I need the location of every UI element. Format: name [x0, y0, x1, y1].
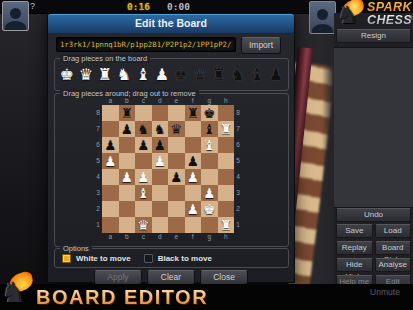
square-h6[interactable]: [218, 137, 235, 153]
square-h1[interactable]: ♜: [218, 217, 235, 233]
black-to-move-checkbox[interactable]: [144, 254, 153, 263]
square-a5[interactable]: ♟: [102, 153, 119, 169]
square-e7[interactable]: ♛: [168, 121, 185, 137]
square-g5[interactable]: [201, 153, 218, 169]
palette-white-king[interactable]: ♚: [59, 65, 76, 85]
square-c8[interactable]: [135, 105, 152, 121]
file-label: h: [218, 97, 235, 105]
palette-black-knight[interactable]: ♞: [230, 65, 247, 85]
square-d7[interactable]: ♞: [152, 121, 169, 137]
square-g6[interactable]: ♝: [201, 137, 218, 153]
player-avatar-right[interactable]: [309, 1, 336, 34]
square-c7[interactable]: ♞: [135, 121, 152, 137]
piece-white-bishop[interactable]: ♝: [135, 185, 152, 201]
page-title: BOARD EDITOR: [36, 284, 208, 310]
square-h8[interactable]: [218, 105, 235, 121]
square-d3[interactable]: [152, 185, 169, 201]
file-label: f: [185, 97, 202, 105]
file-label: a: [102, 233, 119, 241]
palette-black-pawn[interactable]: ♟: [268, 65, 285, 85]
square-c3[interactable]: ♝: [135, 185, 152, 201]
sidebar-button-load[interactable]: Load: [375, 224, 412, 238]
sidebar-button-board-style[interactable]: Board Style: [375, 241, 412, 255]
palette-groupbox: Drag pieces on the board ♚♛♜♞♝♟♚♛♜♞♝♟: [54, 58, 289, 91]
dialog-header: Edit the Board: [48, 14, 294, 33]
square-f1[interactable]: [185, 217, 202, 233]
rank-label: 1: [234, 217, 242, 233]
file-labels-top: abcdefgh: [102, 97, 234, 105]
square-d4[interactable]: [152, 169, 169, 185]
file-label: g: [201, 97, 218, 105]
file-labels-bottom: abcdefgh: [102, 233, 234, 241]
app-window: 0:16 0:00 ? Resign Undo SaveLoadReplayBo…: [0, 0, 413, 310]
white-clock: 0:16: [127, 1, 159, 12]
square-e1[interactable]: [168, 217, 185, 233]
black-to-move-label: Black to move: [158, 254, 212, 263]
square-f3[interactable]: [185, 185, 202, 201]
rank-label: 5: [94, 153, 102, 169]
file-label: b: [119, 97, 136, 105]
clear-button[interactable]: Clear: [147, 270, 195, 285]
square-b3[interactable]: [119, 185, 136, 201]
move-list-panel: [334, 47, 413, 208]
square-g7[interactable]: ♝: [201, 121, 218, 137]
palette-white-bishop[interactable]: ♝: [135, 65, 152, 85]
square-b5[interactable]: [119, 153, 136, 169]
rank-label: 7: [234, 121, 242, 137]
avatar-silhouette-icon: [317, 9, 328, 20]
close-button[interactable]: Close: [200, 270, 248, 285]
square-d1[interactable]: [152, 217, 169, 233]
sidebar-button-analyse[interactable]: Analyse: [375, 258, 412, 272]
black-clock: 0:00: [167, 1, 201, 12]
rank-label: 2: [94, 201, 102, 217]
square-a7[interactable]: [102, 121, 119, 137]
square-a6[interactable]: ♟: [102, 137, 119, 153]
piece-white-king[interactable]: ♚: [201, 201, 218, 217]
fen-input[interactable]: [56, 37, 236, 52]
file-label: b: [119, 233, 136, 241]
square-f2[interactable]: ♟: [185, 201, 202, 217]
square-g8[interactable]: ♚: [201, 105, 218, 121]
file-label: c: [135, 233, 152, 241]
piece-black-king[interactable]: ♚: [201, 105, 218, 121]
palette-black-rook[interactable]: ♜: [211, 65, 228, 85]
square-g4[interactable]: [201, 169, 218, 185]
rank-label: 4: [234, 169, 242, 185]
square-e8[interactable]: [168, 105, 185, 121]
import-button[interactable]: Import: [241, 37, 281, 54]
file-label: g: [201, 233, 218, 241]
board-groupbox: Drag pieces around; drag out to remove a…: [54, 93, 289, 247]
square-g3[interactable]: ♟: [201, 185, 218, 201]
player-avatar-left[interactable]: [2, 1, 29, 31]
file-label: d: [152, 97, 169, 105]
resign-button[interactable]: Resign: [336, 29, 411, 43]
piece-black-pawn[interactable]: ♟: [102, 137, 119, 153]
square-a8[interactable]: [102, 105, 119, 121]
rank-label: 6: [234, 137, 242, 153]
apply-button[interactable]: Apply: [94, 270, 142, 285]
piece-white-bishop[interactable]: ♝: [201, 137, 218, 153]
square-g1[interactable]: [201, 217, 218, 233]
piece-black-pawn[interactable]: ♟: [185, 153, 202, 169]
square-f6[interactable]: [185, 137, 202, 153]
sidebar: Resign Undo SaveLoadReplayBoard StyleHid…: [334, 13, 413, 284]
square-a4[interactable]: [102, 169, 119, 185]
piece-white-pawn[interactable]: ♟: [135, 169, 152, 185]
square-e4[interactable]: ♟: [168, 169, 185, 185]
square-e6[interactable]: [168, 137, 185, 153]
sidebar-button-save[interactable]: Save: [336, 224, 373, 238]
square-f8[interactable]: ♜: [185, 105, 202, 121]
piece-white-pawn[interactable]: ♟: [152, 153, 169, 169]
square-d5[interactable]: ♟: [152, 153, 169, 169]
file-label: e: [168, 233, 185, 241]
palette-white-queen[interactable]: ♛: [78, 65, 95, 85]
undo-button[interactable]: Undo: [336, 208, 411, 222]
rank-label: 8: [94, 105, 102, 121]
file-label: h: [218, 233, 235, 241]
square-c5[interactable]: [135, 153, 152, 169]
rank-label: 4: [94, 169, 102, 185]
board-with-coordinates: abcdefgh 87654321 ♜♜♚♟♞♞♛♝♜♟♟♟♝♟♟♟♟♟♟♟♝♟…: [94, 97, 242, 241]
square-b7[interactable]: ♟: [119, 121, 136, 137]
sidebar-button-hide-hints[interactable]: Hide Hints: [336, 258, 373, 272]
piece-black-rook[interactable]: ♜: [119, 105, 136, 121]
rank-label: 3: [94, 185, 102, 201]
background-left: [0, 13, 47, 284]
piece-white-rook[interactable]: ♜: [218, 121, 235, 137]
square-d6[interactable]: ♟: [152, 137, 169, 153]
square-d8[interactable]: [152, 105, 169, 121]
edit-board-dialog: Edit the Board Import Drag pieces on the…: [47, 13, 295, 283]
square-e2[interactable]: [168, 201, 185, 217]
options-groupbox: Options White to move Black to move: [54, 248, 289, 268]
square-a3[interactable]: [102, 185, 119, 201]
avatar-silhouette-icon: [312, 24, 333, 34]
avatar-silhouette-icon: [10, 8, 21, 19]
square-b2[interactable]: [119, 201, 136, 217]
piece-black-pawn[interactable]: ♟: [168, 169, 185, 185]
piece-black-pawn[interactable]: ♟: [135, 137, 152, 153]
sidebar-button-replay[interactable]: Replay: [336, 241, 373, 255]
square-b1[interactable]: [119, 217, 136, 233]
piece-black-rook[interactable]: ♜: [185, 105, 202, 121]
palette-white-pawn[interactable]: ♟: [154, 65, 171, 85]
square-a2[interactable]: [102, 201, 119, 217]
piece-black-queen[interactable]: ♛: [168, 121, 185, 137]
file-label: c: [135, 97, 152, 105]
sparkchess-logo: ♞ SPARK CHESS ®: [336, 0, 413, 30]
chess-board: ♜♜♚♟♞♞♛♝♜♟♟♟♝♟♟♟♟♟♟♟♝♟♟♚♛♜: [102, 105, 234, 233]
square-f4[interactable]: ♟: [185, 169, 202, 185]
piece-black-knight[interactable]: ♞: [152, 121, 169, 137]
file-label: e: [168, 97, 185, 105]
rank-label: 2: [234, 201, 242, 217]
rank-labels-left: 87654321: [94, 105, 102, 233]
square-b8[interactable]: ♜: [119, 105, 136, 121]
square-a1[interactable]: [102, 217, 119, 233]
rank-label: 3: [234, 185, 242, 201]
piece-black-pawn[interactable]: ♟: [119, 121, 136, 137]
knight-icon: ♞: [1, 278, 26, 308]
file-label: d: [152, 233, 169, 241]
dialog-button-row: Apply Clear Close: [48, 270, 294, 285]
palette-white-rook[interactable]: ♜: [97, 65, 114, 85]
square-h5[interactable]: [218, 153, 235, 169]
square-e3[interactable]: [168, 185, 185, 201]
square-h3[interactable]: [218, 185, 235, 201]
piece-white-pawn[interactable]: ♟: [185, 169, 202, 185]
piece-black-pawn[interactable]: ♟: [152, 137, 169, 153]
footer-knight-flame-icon: ♞: [1, 273, 35, 310]
knight-logo-icon: ♞: [337, 1, 359, 29]
square-c2[interactable]: [135, 201, 152, 217]
square-b4[interactable]: ♟: [119, 169, 136, 185]
dialog-title: Edit the Board: [48, 15, 294, 32]
piece-black-bishop[interactable]: ♝: [201, 121, 218, 137]
piece-white-pawn[interactable]: ♟: [201, 185, 218, 201]
rank-label: 8: [234, 105, 242, 121]
piece-white-queen[interactable]: ♛: [135, 217, 152, 233]
rank-labels-right: 87654321: [234, 105, 242, 233]
square-c4[interactable]: ♟: [135, 169, 152, 185]
sidebar-button-grid: SaveLoadReplayBoard StyleHide HintsAnaly…: [336, 224, 411, 289]
square-b6[interactable]: [119, 137, 136, 153]
logo-word-chess: CHESS: [367, 14, 412, 27]
footer-bar: ♞ BOARD EDITOR: [0, 284, 413, 310]
rank-label: 1: [94, 217, 102, 233]
white-to-move-checkbox[interactable]: [62, 254, 71, 263]
square-c1[interactable]: ♛: [135, 217, 152, 233]
square-f7[interactable]: [185, 121, 202, 137]
square-h4[interactable]: [218, 169, 235, 185]
rank-label: 5: [234, 153, 242, 169]
palette-white-knight[interactable]: ♞: [116, 65, 133, 85]
square-d2[interactable]: [152, 201, 169, 217]
logo-wordmark: SPARK CHESS ®: [367, 1, 412, 27]
square-c6[interactable]: ♟: [135, 137, 152, 153]
piece-black-knight[interactable]: ♞: [135, 121, 152, 137]
square-h7[interactable]: ♜: [218, 121, 235, 137]
file-label: f: [185, 233, 202, 241]
palette-black-bishop[interactable]: ♝: [249, 65, 266, 85]
background-fade: [322, 13, 334, 284]
square-g2[interactable]: ♚: [201, 201, 218, 217]
file-label: a: [102, 97, 119, 105]
registered-mark: ®: [409, 12, 413, 25]
rank-label: 7: [94, 121, 102, 137]
white-to-move-label: White to move: [76, 254, 131, 263]
palette-black-king[interactable]: ♚: [173, 65, 190, 85]
square-h2[interactable]: [218, 201, 235, 217]
piece-white-pawn[interactable]: ♟: [185, 201, 202, 217]
unmute-button[interactable]: Unmute: [356, 287, 413, 298]
palette-black-queen[interactable]: ♛: [192, 65, 209, 85]
square-f5[interactable]: ♟: [185, 153, 202, 169]
rank-label: 6: [94, 137, 102, 153]
options-group-label: Options: [60, 244, 92, 253]
player-name-unknown: ?: [30, 1, 35, 11]
piece-white-rook[interactable]: ♜: [218, 217, 235, 233]
piece-white-pawn[interactable]: ♟: [119, 169, 136, 185]
palette-group-label: Drag pieces on the board: [60, 54, 150, 63]
avatar-silhouette-icon: [5, 21, 26, 31]
square-e5[interactable]: [168, 153, 185, 169]
piece-white-pawn[interactable]: ♟: [102, 153, 119, 169]
